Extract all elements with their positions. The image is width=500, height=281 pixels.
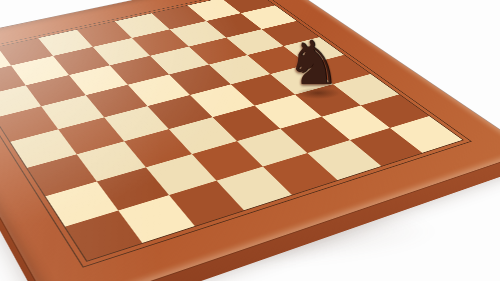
chess-board [0,0,500,281]
perspective-scene [0,0,500,281]
product-photo: ♞ [0,0,500,281]
black-knight-piece[interactable]: ♞ [283,31,343,99]
playing-field [0,0,464,262]
